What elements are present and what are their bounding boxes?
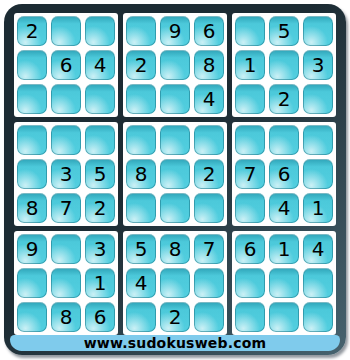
cell-r7c2[interactable] [51, 234, 81, 264]
cell-r2c7[interactable]: 1 [235, 50, 265, 80]
cell-r8c5[interactable] [160, 268, 190, 298]
block-r1c0: 35872 [14, 122, 118, 226]
cell-r1c4[interactable] [126, 16, 156, 46]
cell-r2c5[interactable] [160, 50, 190, 80]
cell-r4c7[interactable] [235, 125, 265, 155]
cell-r5c6[interactable]: 2 [194, 159, 224, 189]
cell-r8c1[interactable] [17, 268, 47, 298]
cell-r4c8[interactable] [269, 125, 299, 155]
cell-r1c3[interactable] [85, 16, 115, 46]
cell-r8c4[interactable]: 4 [126, 268, 156, 298]
cell-r4c4[interactable] [126, 125, 156, 155]
cell-r6c8[interactable]: 4 [269, 193, 299, 223]
cell-r9c6[interactable] [194, 302, 224, 332]
cell-r9c7[interactable] [235, 302, 265, 332]
cell-r3c4[interactable] [126, 84, 156, 114]
block-r0c2: 5132 [232, 13, 336, 117]
cell-r6c7[interactable] [235, 193, 265, 223]
cell-r6c6[interactable] [194, 193, 224, 223]
block-r1c1: 82 [123, 122, 227, 226]
cell-r3c1[interactable] [17, 84, 47, 114]
cell-r8c9[interactable] [303, 268, 333, 298]
sudoku-grid: 264962845132358728276419318658742614 [14, 13, 336, 335]
cell-r7c7[interactable]: 6 [235, 234, 265, 264]
cell-r4c2[interactable] [51, 125, 81, 155]
cell-r1c7[interactable] [235, 16, 265, 46]
cell-r3c8[interactable]: 2 [269, 84, 299, 114]
cell-r1c5[interactable]: 9 [160, 16, 190, 46]
block-r0c1: 96284 [123, 13, 227, 117]
cell-r1c1[interactable]: 2 [17, 16, 47, 46]
cell-r8c8[interactable] [269, 268, 299, 298]
cell-r9c4[interactable] [126, 302, 156, 332]
cell-r5c9[interactable] [303, 159, 333, 189]
cell-r8c7[interactable] [235, 268, 265, 298]
cell-r5c4[interactable]: 8 [126, 159, 156, 189]
cell-r2c8[interactable] [269, 50, 299, 80]
block-r2c1: 58742 [123, 231, 227, 335]
cell-r4c3[interactable] [85, 125, 115, 155]
block-r2c2: 614 [232, 231, 336, 335]
cell-r4c5[interactable] [160, 125, 190, 155]
cell-r7c6[interactable]: 7 [194, 234, 224, 264]
cell-r4c9[interactable] [303, 125, 333, 155]
cell-r6c9[interactable]: 1 [303, 193, 333, 223]
cell-r7c4[interactable]: 5 [126, 234, 156, 264]
cell-r1c2[interactable] [51, 16, 81, 46]
cell-r3c9[interactable] [303, 84, 333, 114]
cell-r3c7[interactable] [235, 84, 265, 114]
cell-r2c4[interactable]: 2 [126, 50, 156, 80]
cell-r8c3[interactable]: 1 [85, 268, 115, 298]
cell-r5c8[interactable]: 6 [269, 159, 299, 189]
cell-r2c9[interactable]: 3 [303, 50, 333, 80]
cell-r9c1[interactable] [17, 302, 47, 332]
cell-r2c2[interactable]: 6 [51, 50, 81, 80]
cell-r7c3[interactable]: 3 [85, 234, 115, 264]
cell-r5c7[interactable]: 7 [235, 159, 265, 189]
cell-r9c8[interactable] [269, 302, 299, 332]
cell-r6c2[interactable]: 7 [51, 193, 81, 223]
cell-r4c6[interactable] [194, 125, 224, 155]
block-r2c0: 93186 [14, 231, 118, 335]
cell-r1c8[interactable]: 5 [269, 16, 299, 46]
cell-r3c2[interactable] [51, 84, 81, 114]
cell-r5c5[interactable] [160, 159, 190, 189]
block-r0c0: 264 [14, 13, 118, 117]
cell-r7c9[interactable]: 4 [303, 234, 333, 264]
cell-r9c3[interactable]: 6 [85, 302, 115, 332]
cell-r6c1[interactable]: 8 [17, 193, 47, 223]
cell-r5c3[interactable]: 5 [85, 159, 115, 189]
block-r1c2: 7641 [232, 122, 336, 226]
footer-bar: www.sudokusweb.com [10, 335, 340, 351]
cell-r9c9[interactable] [303, 302, 333, 332]
cell-r3c3[interactable] [85, 84, 115, 114]
cell-r5c2[interactable]: 3 [51, 159, 81, 189]
cell-r5c1[interactable] [17, 159, 47, 189]
cell-r7c1[interactable]: 9 [17, 234, 47, 264]
cell-r6c4[interactable] [126, 193, 156, 223]
cell-r3c5[interactable] [160, 84, 190, 114]
cell-r1c9[interactable] [303, 16, 333, 46]
cell-r9c2[interactable]: 8 [51, 302, 81, 332]
cell-r7c8[interactable]: 1 [269, 234, 299, 264]
cell-r8c6[interactable] [194, 268, 224, 298]
cell-r9c5[interactable]: 2 [160, 302, 190, 332]
cell-r8c2[interactable] [51, 268, 81, 298]
cell-r4c1[interactable] [17, 125, 47, 155]
cell-r2c3[interactable]: 4 [85, 50, 115, 80]
cell-r2c1[interactable] [17, 50, 47, 80]
cell-r6c3[interactable]: 2 [85, 193, 115, 223]
cell-r6c5[interactable] [160, 193, 190, 223]
cell-r7c5[interactable]: 8 [160, 234, 190, 264]
cell-r2c6[interactable]: 8 [194, 50, 224, 80]
website-url: www.sudokusweb.com [84, 335, 267, 351]
cell-r1c6[interactable]: 6 [194, 16, 224, 46]
cell-r3c6[interactable]: 4 [194, 84, 224, 114]
sudoku-board-frame: 264962845132358728276419318658742614 www… [4, 4, 346, 355]
